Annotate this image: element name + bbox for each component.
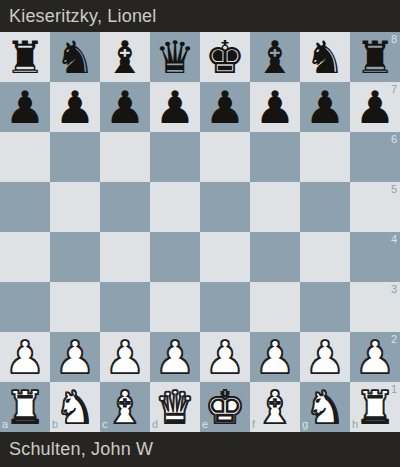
square-e8[interactable]: ♚ bbox=[200, 32, 250, 82]
square-d8[interactable]: ♛ bbox=[150, 32, 200, 82]
square-d5[interactable] bbox=[150, 182, 200, 232]
square-a7[interactable]: ♟ bbox=[0, 82, 50, 132]
piece-black-pawn[interactable]: ♟ bbox=[50, 82, 100, 132]
piece-black-pawn[interactable]: ♟ bbox=[0, 82, 50, 132]
piece-black-pawn[interactable]: ♟ bbox=[300, 82, 350, 132]
chess-board: ♜♞♝♛♚♝♞8♜♟♟♟♟♟♟♟7♟6543♟♟♟♟♟♟♟2♟a♜b♞c♝d♛e… bbox=[0, 32, 400, 432]
square-d7[interactable]: ♟ bbox=[150, 82, 200, 132]
square-g4[interactable] bbox=[300, 232, 350, 282]
square-g6[interactable] bbox=[300, 132, 350, 182]
square-f5[interactable] bbox=[250, 182, 300, 232]
rank-label-4: 4 bbox=[391, 234, 397, 245]
square-g8[interactable]: ♞ bbox=[300, 32, 350, 82]
piece-white-queen[interactable]: ♛ bbox=[150, 382, 200, 432]
square-f8[interactable]: ♝ bbox=[250, 32, 300, 82]
square-a8[interactable]: ♜ bbox=[0, 32, 50, 82]
square-b1[interactable]: b♞ bbox=[50, 382, 100, 432]
piece-white-knight[interactable]: ♞ bbox=[300, 382, 350, 432]
square-g1[interactable]: g♞ bbox=[300, 382, 350, 432]
piece-black-pawn[interactable]: ♟ bbox=[200, 82, 250, 132]
square-h5[interactable]: 5 bbox=[350, 182, 400, 232]
piece-white-pawn[interactable]: ♟ bbox=[100, 332, 150, 382]
piece-white-pawn[interactable]: ♟ bbox=[50, 332, 100, 382]
square-c1[interactable]: c♝ bbox=[100, 382, 150, 432]
square-f2[interactable]: ♟ bbox=[250, 332, 300, 382]
piece-black-rook[interactable]: ♜ bbox=[350, 32, 400, 82]
square-d2[interactable]: ♟ bbox=[150, 332, 200, 382]
piece-black-pawn[interactable]: ♟ bbox=[100, 82, 150, 132]
square-e7[interactable]: ♟ bbox=[200, 82, 250, 132]
square-d3[interactable] bbox=[150, 282, 200, 332]
piece-black-queen[interactable]: ♛ bbox=[150, 32, 200, 82]
piece-black-pawn[interactable]: ♟ bbox=[150, 82, 200, 132]
square-e6[interactable] bbox=[200, 132, 250, 182]
square-b5[interactable] bbox=[50, 182, 100, 232]
square-g7[interactable]: ♟ bbox=[300, 82, 350, 132]
square-f3[interactable] bbox=[250, 282, 300, 332]
square-a4[interactable] bbox=[0, 232, 50, 282]
square-f1[interactable]: f♝ bbox=[250, 382, 300, 432]
square-b2[interactable]: ♟ bbox=[50, 332, 100, 382]
square-d4[interactable] bbox=[150, 232, 200, 282]
piece-white-king[interactable]: ♚ bbox=[200, 382, 250, 432]
square-e2[interactable]: ♟ bbox=[200, 332, 250, 382]
piece-black-knight[interactable]: ♞ bbox=[50, 32, 100, 82]
square-h2[interactable]: 2♟ bbox=[350, 332, 400, 382]
square-h3[interactable]: 3 bbox=[350, 282, 400, 332]
piece-white-bishop[interactable]: ♝ bbox=[250, 382, 300, 432]
piece-black-bishop[interactable]: ♝ bbox=[250, 32, 300, 82]
square-b6[interactable] bbox=[50, 132, 100, 182]
chess-app: Kieseritzky, Lionel ♜♞♝♛♚♝♞8♜♟♟♟♟♟♟♟7♟65… bbox=[0, 0, 400, 467]
square-d1[interactable]: d♛ bbox=[150, 382, 200, 432]
player-bar-top: Kieseritzky, Lionel bbox=[0, 0, 400, 32]
square-c8[interactable]: ♝ bbox=[100, 32, 150, 82]
square-f6[interactable] bbox=[250, 132, 300, 182]
square-e3[interactable] bbox=[200, 282, 250, 332]
square-h4[interactable]: 4 bbox=[350, 232, 400, 282]
square-h7[interactable]: 7♟ bbox=[350, 82, 400, 132]
rank-label-3: 3 bbox=[391, 284, 397, 295]
piece-white-bishop[interactable]: ♝ bbox=[100, 382, 150, 432]
square-b3[interactable] bbox=[50, 282, 100, 332]
square-h1[interactable]: 1h♜ bbox=[350, 382, 400, 432]
square-g5[interactable] bbox=[300, 182, 350, 232]
player-bar-bottom: Schulten, John W bbox=[0, 432, 400, 467]
square-b7[interactable]: ♟ bbox=[50, 82, 100, 132]
piece-white-pawn[interactable]: ♟ bbox=[250, 332, 300, 382]
piece-white-rook[interactable]: ♜ bbox=[350, 382, 400, 432]
square-h8[interactable]: 8♜ bbox=[350, 32, 400, 82]
square-a3[interactable] bbox=[0, 282, 50, 332]
piece-white-pawn[interactable]: ♟ bbox=[0, 332, 50, 382]
piece-black-bishop[interactable]: ♝ bbox=[100, 32, 150, 82]
square-e4[interactable] bbox=[200, 232, 250, 282]
square-d6[interactable] bbox=[150, 132, 200, 182]
rank-label-6: 6 bbox=[391, 134, 397, 145]
square-c4[interactable] bbox=[100, 232, 150, 282]
square-a1[interactable]: a♜ bbox=[0, 382, 50, 432]
player-name-bottom: Schulten, John W bbox=[9, 439, 153, 460]
square-c5[interactable] bbox=[100, 182, 150, 232]
piece-white-knight[interactable]: ♞ bbox=[50, 382, 100, 432]
square-g2[interactable]: ♟ bbox=[300, 332, 350, 382]
piece-white-pawn[interactable]: ♟ bbox=[200, 332, 250, 382]
square-f7[interactable]: ♟ bbox=[250, 82, 300, 132]
square-b8[interactable]: ♞ bbox=[50, 32, 100, 82]
player-name-top: Kieseritzky, Lionel bbox=[9, 6, 157, 27]
square-c2[interactable]: ♟ bbox=[100, 332, 150, 382]
square-f4[interactable] bbox=[250, 232, 300, 282]
square-g3[interactable] bbox=[300, 282, 350, 332]
square-a5[interactable] bbox=[0, 182, 50, 232]
square-a2[interactable]: ♟ bbox=[0, 332, 50, 382]
rank-label-5: 5 bbox=[391, 184, 397, 195]
piece-white-pawn[interactable]: ♟ bbox=[150, 332, 200, 382]
piece-white-rook[interactable]: ♜ bbox=[0, 382, 50, 432]
square-e5[interactable] bbox=[200, 182, 250, 232]
square-b4[interactable] bbox=[50, 232, 100, 282]
square-a6[interactable] bbox=[0, 132, 50, 182]
square-e1[interactable]: e♚ bbox=[200, 382, 250, 432]
square-h6[interactable]: 6 bbox=[350, 132, 400, 182]
piece-white-pawn[interactable]: ♟ bbox=[350, 332, 400, 382]
piece-black-pawn[interactable]: ♟ bbox=[350, 82, 400, 132]
square-c3[interactable] bbox=[100, 282, 150, 332]
piece-black-rook[interactable]: ♜ bbox=[0, 32, 50, 82]
piece-black-king[interactable]: ♚ bbox=[200, 32, 250, 82]
piece-black-pawn[interactable]: ♟ bbox=[250, 82, 300, 132]
piece-white-pawn[interactable]: ♟ bbox=[300, 332, 350, 382]
square-c7[interactable]: ♟ bbox=[100, 82, 150, 132]
piece-black-knight[interactable]: ♞ bbox=[300, 32, 350, 82]
square-c6[interactable] bbox=[100, 132, 150, 182]
